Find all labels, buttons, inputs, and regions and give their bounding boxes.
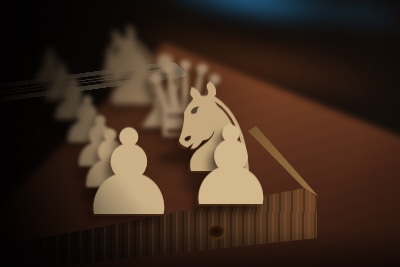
- board-square: [0, 91, 9, 96]
- board-square: [0, 91, 9, 96]
- chess-photo-scene: ♟♟♟♟♟♞♝♛♟♞♟♟: [0, 0, 400, 267]
- board-square: [0, 91, 9, 96]
- board-square: [0, 91, 9, 96]
- white-pawn-g2: ♟: [76, 114, 182, 232]
- white-pawn-h2: ♟: [183, 113, 280, 221]
- board-square: [0, 91, 9, 96]
- board-square: [0, 91, 9, 96]
- board-square: [0, 91, 9, 96]
- board-square: [0, 91, 9, 96]
